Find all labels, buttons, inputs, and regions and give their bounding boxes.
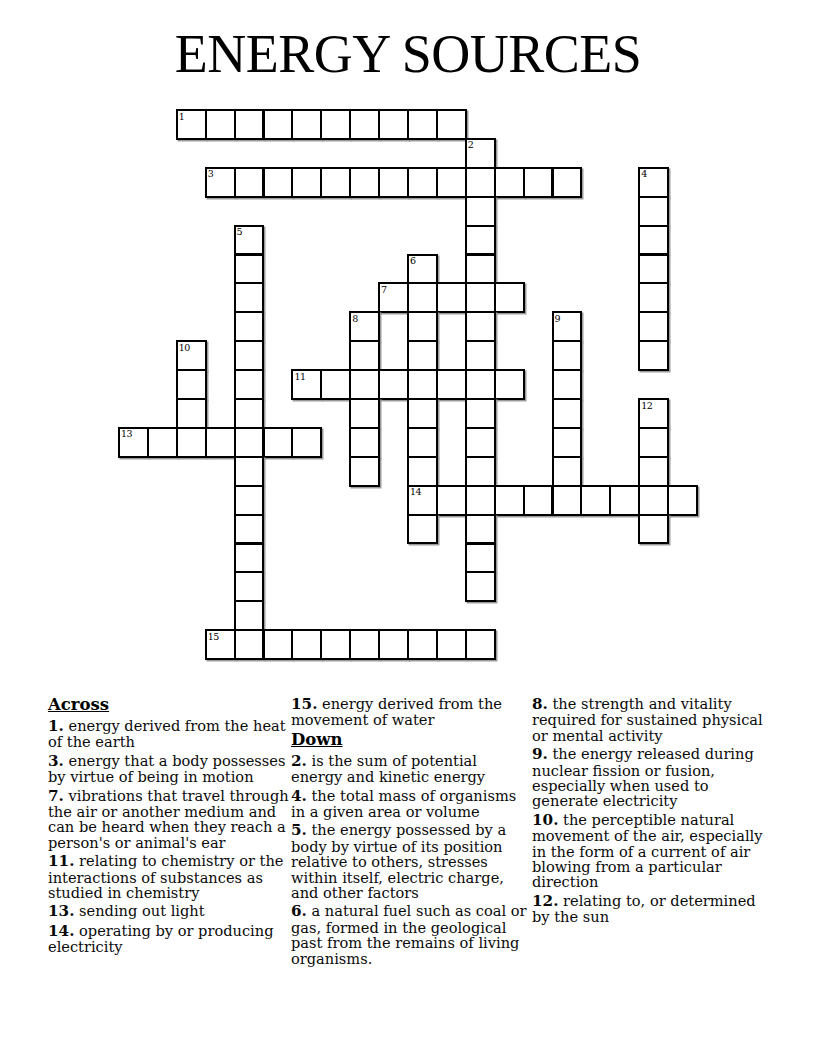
- clue-10: 10. the perceptible natural movement of …: [532, 812, 773, 890]
- grid-cell[interactable]: [638, 254, 669, 285]
- grid-cell[interactable]: [523, 485, 554, 516]
- grid-cell[interactable]: [349, 456, 380, 487]
- grid-cell[interactable]: [378, 109, 409, 140]
- grid-cell[interactable]: [349, 427, 380, 458]
- clue-14: 14. operating by or producing electricit…: [48, 923, 289, 955]
- grid-cell[interactable]: [234, 254, 265, 285]
- grid-cell[interactable]: [436, 282, 467, 313]
- grid-cell[interactable]: [263, 109, 294, 140]
- grid-cell[interactable]: [552, 427, 583, 458]
- grid-cell[interactable]: [234, 571, 265, 602]
- cell-number: 3: [208, 169, 214, 179]
- clue-7: 7. vibrations that travel through the ai…: [48, 788, 289, 851]
- clue-column-2: 15. energy derived from the movement of …: [291, 696, 532, 969]
- grid-cell[interactable]: [234, 340, 265, 371]
- grid-cell[interactable]: [407, 398, 438, 429]
- grid-cell[interactable]: [320, 629, 351, 660]
- grid-cell[interactable]: [638, 340, 669, 371]
- grid-cell[interactable]: [667, 485, 698, 516]
- clue-9: 9. the energy released during nuclear fi…: [532, 746, 773, 809]
- grid-cell[interactable]: [638, 427, 669, 458]
- grid-cell[interactable]: [349, 167, 380, 198]
- grid-cell[interactable]: [234, 485, 265, 516]
- grid-cell[interactable]: [407, 427, 438, 458]
- cell-number: 7: [381, 285, 387, 295]
- cell-number: 2: [468, 140, 474, 150]
- grid-cell[interactable]: [580, 485, 611, 516]
- grid-cell[interactable]: [436, 629, 467, 660]
- cell-number: 8: [352, 314, 358, 324]
- grid-cell[interactable]: [552, 369, 583, 400]
- cell-number: 11: [294, 372, 305, 382]
- clue-15: 15. energy derived from the movement of …: [291, 696, 532, 728]
- grid-cell[interactable]: [494, 167, 525, 198]
- grid-cell[interactable]: [407, 514, 438, 545]
- cell-number: 10: [179, 343, 190, 353]
- clue-2: 2. is the sum of potential energy and ki…: [291, 753, 532, 785]
- grid-cell[interactable]: [234, 167, 265, 198]
- grid-cell[interactable]: [465, 254, 496, 285]
- grid-cell[interactable]: [407, 282, 438, 313]
- cell-number: 6: [410, 256, 416, 266]
- grid-cell[interactable]: [465, 514, 496, 545]
- grid-cell[interactable]: [205, 427, 236, 458]
- grid-cell[interactable]: [465, 629, 496, 660]
- grid-cell[interactable]: [465, 196, 496, 227]
- grid-cell[interactable]: [263, 629, 294, 660]
- grid-cell[interactable]: [234, 427, 265, 458]
- grid-cell[interactable]: [234, 543, 265, 574]
- crossword-grid: 123456789101112131415: [0, 0, 816, 700]
- grid-cell[interactable]: [291, 629, 322, 660]
- grid-cell[interactable]: [638, 485, 669, 516]
- grid-cell[interactable]: [609, 485, 640, 516]
- grid-cell[interactable]: [234, 629, 265, 660]
- grid-cell[interactable]: [407, 311, 438, 342]
- grid-cell[interactable]: [552, 340, 583, 371]
- grid-cell[interactable]: [465, 225, 496, 256]
- grid-cell[interactable]: [407, 167, 438, 198]
- clue-8: 8. the strength and vitality required fo…: [532, 696, 773, 743]
- grid-cell[interactable]: [407, 629, 438, 660]
- grid-cell[interactable]: [465, 167, 496, 198]
- grid-cell[interactable]: [378, 369, 409, 400]
- across-heading: Across: [48, 696, 289, 713]
- grid-cell[interactable]: [378, 629, 409, 660]
- grid-cell[interactable]: [349, 398, 380, 429]
- grid-cell[interactable]: [349, 340, 380, 371]
- grid-cell[interactable]: [291, 427, 322, 458]
- grid-cell[interactable]: [638, 225, 669, 256]
- grid-cell[interactable]: [176, 398, 207, 429]
- grid-cell[interactable]: [234, 311, 265, 342]
- grid-cell[interactable]: [349, 109, 380, 140]
- cell-number: 14: [410, 487, 421, 497]
- grid-cell[interactable]: [465, 543, 496, 574]
- grid-cell[interactable]: [234, 514, 265, 545]
- grid-cell[interactable]: [436, 485, 467, 516]
- grid-cell[interactable]: [320, 109, 351, 140]
- grid-cell[interactable]: [234, 109, 265, 140]
- grid-cell[interactable]: [205, 109, 236, 140]
- grid-cell[interactable]: [465, 398, 496, 429]
- grid-cell[interactable]: [465, 282, 496, 313]
- grid-cell[interactable]: [349, 369, 380, 400]
- grid-cell[interactable]: [638, 311, 669, 342]
- grid-cell[interactable]: [494, 369, 525, 400]
- grid-cell[interactable]: [638, 456, 669, 487]
- grid-cell[interactable]: [234, 369, 265, 400]
- grid-cell[interactable]: [465, 340, 496, 371]
- cell-number: 12: [641, 401, 652, 411]
- grid-cell[interactable]: [638, 514, 669, 545]
- grid-cell[interactable]: [465, 311, 496, 342]
- clue-13: 13. sending out light: [48, 903, 289, 919]
- grid-cell[interactable]: [638, 282, 669, 313]
- grid-cell[interactable]: [147, 427, 178, 458]
- cell-number: 5: [237, 227, 243, 237]
- grid-cell[interactable]: [234, 456, 265, 487]
- grid-cell[interactable]: [234, 398, 265, 429]
- grid-cell[interactable]: [407, 456, 438, 487]
- grid-cell[interactable]: [494, 282, 525, 313]
- cell-number: 13: [121, 429, 132, 439]
- clue-11: 11. relating to chemistry or the interac…: [48, 853, 289, 900]
- grid-cell[interactable]: [523, 167, 554, 198]
- cell-number: 9: [555, 314, 561, 324]
- grid-cell[interactable]: [436, 369, 467, 400]
- grid-cell[interactable]: [176, 427, 207, 458]
- grid-cell[interactable]: [465, 485, 496, 516]
- grid-cell[interactable]: [552, 485, 583, 516]
- grid-cell[interactable]: [407, 369, 438, 400]
- grid-cell[interactable]: [407, 109, 438, 140]
- grid-cell[interactable]: [320, 167, 351, 198]
- grid-cell[interactable]: [407, 340, 438, 371]
- grid-cell[interactable]: [552, 456, 583, 487]
- grid-cell[interactable]: [436, 109, 467, 140]
- clue-6: 6. a natural fuel such as coal or gas, f…: [291, 903, 532, 966]
- grid-cell[interactable]: [291, 109, 322, 140]
- clue-5: 5. the energy possessed by a body by vir…: [291, 822, 532, 900]
- grid-cell[interactable]: [465, 456, 496, 487]
- grid-cell[interactable]: [263, 167, 294, 198]
- grid-cell[interactable]: [494, 485, 525, 516]
- clue-4: 4. the total mass of organisms in a give…: [291, 788, 532, 820]
- grid-cell[interactable]: [176, 369, 207, 400]
- down-heading: Down: [291, 731, 532, 748]
- clue-3: 3. energy that a body possesses by virtu…: [48, 753, 289, 785]
- cell-number: 4: [641, 169, 647, 179]
- grid-cell[interactable]: [234, 600, 265, 631]
- grid-cell[interactable]: [638, 196, 669, 227]
- clue-column-3: 8. the strength and vitality required fo…: [532, 696, 773, 928]
- grid-cell[interactable]: [465, 369, 496, 400]
- grid-cell[interactable]: [320, 369, 351, 400]
- grid-cell[interactable]: [465, 571, 496, 602]
- clue-column-1: Across1. energy derived from the heat of…: [48, 696, 289, 958]
- clue-12: 12. relating to, or determined by the su…: [532, 893, 773, 925]
- cell-number: 1: [179, 112, 185, 122]
- grid-cell[interactable]: [234, 282, 265, 313]
- cell-number: 15: [208, 632, 219, 642]
- grid-cell[interactable]: [291, 167, 322, 198]
- grid-cell[interactable]: [436, 167, 467, 198]
- grid-cell[interactable]: [552, 167, 583, 198]
- grid-cell[interactable]: [552, 398, 583, 429]
- grid-cell[interactable]: [349, 629, 380, 660]
- clue-1: 1. energy derived from the heat of the e…: [48, 718, 289, 750]
- grid-cell[interactable]: [465, 427, 496, 458]
- grid-cell[interactable]: [263, 427, 294, 458]
- grid-cell[interactable]: [378, 167, 409, 198]
